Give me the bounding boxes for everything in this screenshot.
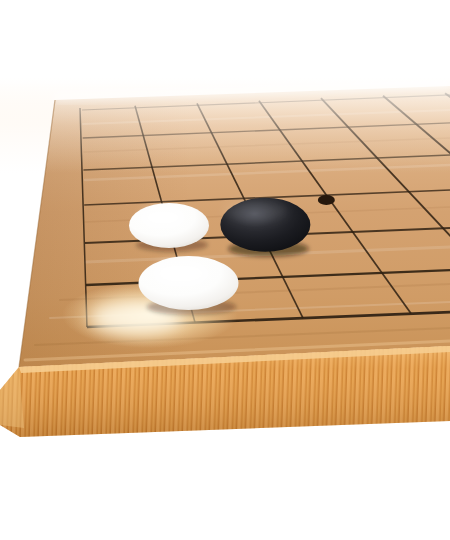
go-board-photo (0, 0, 450, 540)
stone-highlight (141, 207, 185, 227)
stone-highlight (154, 261, 209, 285)
white-stone-b3[interactable] (129, 203, 209, 252)
stone-highlight (224, 200, 287, 223)
go-board (0, 0, 450, 540)
white-stone-b2[interactable] (139, 256, 239, 315)
star-points (318, 195, 335, 205)
black-stone-c3[interactable] (220, 198, 310, 257)
star-point-d4 (318, 195, 335, 205)
